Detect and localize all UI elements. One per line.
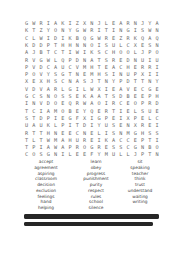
grid-cell-r7c12: E bbox=[103, 64, 110, 71]
grid-cell-r10c3: V bbox=[38, 86, 45, 93]
grid-cell-r1c17: J bbox=[139, 20, 146, 27]
grid-cell-r5c3: B bbox=[38, 49, 45, 56]
grid-cell-r19c2: O bbox=[30, 151, 37, 158]
grid-cell-r16c4: H bbox=[45, 129, 52, 136]
grid-cell-r14c11: G bbox=[96, 115, 103, 122]
grid-cell-r13c17: S bbox=[139, 108, 146, 115]
grid-cell-r1c5: A bbox=[52, 20, 59, 27]
grid-cell-r9c7: N bbox=[67, 78, 74, 85]
grid-cell-r6c13: R bbox=[110, 56, 117, 63]
grid-cell-r19c18: T bbox=[146, 151, 153, 158]
grid-cell-r17c17: P bbox=[139, 137, 146, 144]
grid-cell-r9c11: T bbox=[96, 78, 103, 85]
grid-cell-r9c3: X bbox=[38, 78, 45, 85]
grid-cell-r7c19: I bbox=[154, 64, 161, 71]
grid-cell-r18c11: R bbox=[96, 144, 103, 151]
grid-cell-r5c19: O bbox=[154, 49, 161, 56]
grid-cell-r11c2: C bbox=[30, 93, 37, 100]
grid-cell-r6c10: A bbox=[88, 56, 95, 63]
grid-cell-r9c1: X bbox=[23, 78, 30, 85]
grid-cell-r11c15: B bbox=[125, 93, 132, 100]
grid-cell-r19c17: P bbox=[139, 151, 146, 158]
grid-cell-r19c10: F bbox=[88, 151, 95, 158]
grid-cell-r8c9: E bbox=[81, 71, 88, 78]
grid-cell-r16c5: N bbox=[52, 129, 59, 136]
grid-cell-r5c5: C bbox=[52, 49, 59, 56]
grid-cell-r7c5: A bbox=[52, 64, 59, 71]
grid-cell-r4c8: N bbox=[74, 42, 81, 49]
grid-cell-r2c13: I bbox=[110, 27, 117, 34]
grid-cell-r17c3: T bbox=[38, 137, 45, 144]
grid-cell-r12c13: R bbox=[110, 100, 117, 107]
grid-cell-r10c10: W bbox=[88, 86, 95, 93]
grid-cell-r10c12: I bbox=[103, 86, 110, 93]
grid-cell-r3c2: L bbox=[30, 35, 37, 42]
grid-cell-r10c5: R bbox=[52, 86, 59, 93]
grid-cell-r4c1: K bbox=[23, 42, 30, 49]
footer-text-line-blurred-2 bbox=[24, 222, 153, 227]
grid-cell-r7c14: C bbox=[117, 64, 124, 71]
grid-cell-r3c16: K bbox=[132, 35, 139, 42]
grid-cell-r2c5: O bbox=[52, 27, 59, 34]
grid-cell-r16c7: E bbox=[67, 129, 74, 136]
grid-cell-r19c14: L bbox=[117, 151, 124, 158]
grid-cell-r5c10: K bbox=[88, 49, 95, 56]
grid-cell-r16c8: C bbox=[74, 129, 81, 136]
grid-cell-r8c13: I bbox=[110, 71, 117, 78]
grid-cell-r13c1: T bbox=[23, 108, 30, 115]
grid-cell-r1c9: X bbox=[81, 20, 88, 27]
grid-cell-r13c10: Q bbox=[88, 108, 95, 115]
grid-cell-r17c6: A bbox=[59, 137, 66, 144]
grid-cell-r3c12: R bbox=[103, 35, 110, 42]
grid-cell-r19c4: G bbox=[45, 151, 52, 158]
grid-cell-r9c9: S bbox=[81, 78, 88, 85]
word-list-column-3: sitspeakingteacherthinktrustunderstandwa… bbox=[114, 159, 166, 205]
grid-cell-r11c16: E bbox=[132, 93, 139, 100]
grid-cell-r18c13: S bbox=[110, 144, 117, 151]
grid-cell-r18c17: N bbox=[139, 144, 146, 151]
grid-cell-r9c12: N bbox=[103, 78, 110, 85]
grid-cell-r1c10: N bbox=[88, 20, 95, 27]
grid-cell-r18c19: O bbox=[154, 144, 161, 151]
grid-cell-r18c7: P bbox=[67, 144, 74, 151]
grid-cell-r12c5: O bbox=[52, 100, 59, 107]
grid-cell-r12c7: Q bbox=[67, 100, 74, 107]
grid-cell-r3c19: Q bbox=[154, 35, 161, 42]
grid-cell-r7c11: T bbox=[96, 64, 103, 71]
grid-cell-r4c5: T bbox=[52, 42, 59, 49]
grid-cell-r3c18: A bbox=[146, 35, 153, 42]
grid-cell-r10c2: D bbox=[30, 86, 37, 93]
grid-cell-r4c9: N bbox=[81, 42, 88, 49]
grid-cell-r15c6: P bbox=[59, 122, 66, 129]
grid-cell-r15c14: E bbox=[117, 122, 124, 129]
grid-cell-r13c5: M bbox=[52, 108, 59, 115]
grid-cell-r11c8: E bbox=[74, 93, 81, 100]
grid-cell-r12c8: R bbox=[74, 100, 81, 107]
grid-cell-r6c1: R bbox=[23, 56, 30, 63]
grid-cell-r5c7: I bbox=[67, 49, 74, 56]
grid-cell-r13c4: A bbox=[45, 108, 52, 115]
grid-cell-r3c14: Z bbox=[117, 35, 124, 42]
grid-cell-r11c13: S bbox=[110, 93, 117, 100]
grid-cell-r12c19: D bbox=[154, 100, 161, 107]
grid-cell-r17c14: C bbox=[117, 137, 124, 144]
grid-cell-r10c9: L bbox=[81, 86, 88, 93]
grid-cell-r7c9: M bbox=[81, 64, 88, 71]
grid-cell-r6c16: N bbox=[132, 56, 139, 63]
grid-cell-r1c1: G bbox=[23, 20, 30, 27]
grid-cell-r12c11: O bbox=[96, 100, 103, 107]
grid-cell-r4c7: H bbox=[67, 42, 74, 49]
grid-cell-r10c16: E bbox=[132, 86, 139, 93]
grid-cell-r12c12: I bbox=[103, 100, 110, 107]
grid-cell-r2c15: G bbox=[125, 27, 132, 34]
grid-cell-r18c6: A bbox=[59, 144, 66, 151]
grid-cell-r9c8: A bbox=[74, 78, 81, 85]
grid-cell-r19c3: S bbox=[38, 151, 45, 158]
grid-cell-r13c19: E bbox=[154, 108, 161, 115]
grid-cell-r2c19: N bbox=[154, 27, 161, 34]
grid-cell-r5c6: T bbox=[59, 49, 66, 56]
grid-cell-r1c8: Z bbox=[74, 20, 81, 27]
grid-cell-r17c18: T bbox=[146, 137, 153, 144]
grid-cell-r18c3: I bbox=[38, 144, 45, 151]
grid-cell-r2c17: S bbox=[139, 27, 146, 34]
grid-cell-r11c9: K bbox=[81, 93, 88, 100]
grid-cell-r5c14: O bbox=[117, 49, 124, 56]
grid-cell-r3c5: D bbox=[52, 35, 59, 42]
grid-cell-r17c9: R bbox=[81, 137, 88, 144]
grid-cell-r19c16: J bbox=[132, 151, 139, 158]
grid-cell-r4c3: D bbox=[38, 42, 45, 49]
grid-cell-r11c14: D bbox=[117, 93, 124, 100]
grid-cell-r15c1: U bbox=[23, 122, 30, 129]
grid-cell-r13c8: E bbox=[74, 108, 81, 115]
grid-cell-r15c2: A bbox=[30, 122, 37, 129]
grid-cell-r18c18: B bbox=[146, 144, 153, 151]
word-list-column-1: acceptagreementaspiringclassroomdecision… bbox=[20, 159, 72, 211]
grid-cell-r10c15: V bbox=[125, 86, 132, 93]
grid-cell-r9c18: N bbox=[146, 78, 153, 85]
grid-cell-r8c14: N bbox=[117, 71, 124, 78]
grid-cell-r12c10: A bbox=[88, 100, 95, 107]
grid-cell-r1c19: A bbox=[154, 20, 161, 27]
grid-cell-r6c6: Q bbox=[59, 56, 66, 63]
grid-cell-r18c4: A bbox=[45, 144, 52, 151]
grid-cell-r1c15: R bbox=[125, 20, 132, 27]
grid-cell-r6c8: D bbox=[74, 56, 81, 63]
grid-cell-r8c10: M bbox=[88, 71, 95, 78]
grid-cell-r4c12: S bbox=[103, 42, 110, 49]
grid-cell-r6c4: W bbox=[45, 56, 52, 63]
grid-cell-r7c17: R bbox=[139, 64, 146, 71]
grid-cell-r3c1: C bbox=[23, 35, 30, 42]
grid-cell-r14c19: C bbox=[154, 115, 161, 122]
grid-cell-r11c5: O bbox=[52, 93, 59, 100]
grid-cell-r15c4: K bbox=[45, 122, 52, 129]
worksheet-page: GWRIAKIZXNJLEARNJYAKTZYONYGWRITINGISWNCL… bbox=[0, 0, 180, 255]
grid-cell-r8c11: H bbox=[96, 71, 103, 78]
grid-cell-r11c11: A bbox=[96, 93, 103, 100]
grid-cell-r10c11: X bbox=[96, 86, 103, 93]
grid-cell-r14c8: F bbox=[74, 115, 81, 122]
grid-cell-r16c17: H bbox=[139, 129, 146, 136]
grid-cell-r11c6: S bbox=[59, 93, 66, 100]
grid-cell-r14c1: S bbox=[23, 115, 30, 122]
grid-cell-r14c7: G bbox=[67, 115, 74, 122]
grid-cell-r15c12: U bbox=[103, 122, 110, 129]
grid-cell-r17c2: L bbox=[30, 137, 37, 144]
grid-cell-r3c7: K bbox=[67, 35, 74, 42]
grid-cell-r3c4: I bbox=[45, 35, 52, 42]
grid-cell-r19c7: L bbox=[67, 151, 74, 158]
grid-cell-r18c5: W bbox=[52, 144, 59, 151]
grid-cell-r7c3: D bbox=[38, 64, 45, 71]
grid-cell-r5c8: W bbox=[74, 49, 81, 56]
grid-cell-r6c11: T bbox=[96, 56, 103, 63]
grid-cell-r6c5: L bbox=[52, 56, 59, 63]
grid-cell-r1c7: I bbox=[67, 20, 74, 27]
grid-cell-r17c13: A bbox=[110, 137, 117, 144]
grid-cell-r18c12: E bbox=[103, 144, 110, 151]
grid-cell-r5c4: T bbox=[45, 49, 52, 56]
grid-cell-r9c10: J bbox=[88, 78, 95, 85]
grid-cell-r2c16: I bbox=[132, 27, 139, 34]
grid-cell-r1c12: L bbox=[103, 20, 110, 27]
grid-cell-r10c19: E bbox=[154, 86, 161, 93]
grid-cell-r19c9: E bbox=[81, 151, 88, 158]
grid-cell-r10c4: A bbox=[45, 86, 52, 93]
grid-cell-r7c4: C bbox=[45, 64, 52, 71]
grid-cell-r17c5: M bbox=[52, 137, 59, 144]
grid-cell-r10c8: I bbox=[74, 86, 81, 93]
grid-cell-r13c9: Y bbox=[81, 108, 88, 115]
grid-cell-r10c1: V bbox=[23, 86, 30, 93]
grid-cell-r18c14: S bbox=[117, 144, 124, 151]
grid-cell-r12c18: R bbox=[146, 100, 153, 107]
grid-cell-r8c7: T bbox=[67, 71, 74, 78]
grid-cell-r10c6: L bbox=[59, 86, 66, 93]
grid-cell-r2c4: Y bbox=[45, 27, 52, 34]
grid-cell-r15c19: I bbox=[154, 122, 161, 129]
grid-cell-r14c10: I bbox=[88, 115, 95, 122]
grid-cell-r15c15: N bbox=[125, 122, 132, 129]
grid-cell-r14c18: L bbox=[146, 115, 153, 122]
grid-cell-r18c1: T bbox=[23, 144, 30, 151]
grid-cell-r15c11: Y bbox=[96, 122, 103, 129]
grid-cell-r14c5: I bbox=[52, 115, 59, 122]
grid-cell-r17c11: I bbox=[96, 137, 103, 144]
grid-cell-r9c5: S bbox=[52, 78, 59, 85]
grid-cell-r2c10: R bbox=[88, 27, 95, 34]
grid-cell-r17c10: E bbox=[88, 137, 95, 144]
grid-cell-r5c15: O bbox=[125, 49, 132, 56]
grid-cell-r3c13: E bbox=[110, 35, 117, 42]
grid-cell-r13c3: I bbox=[38, 108, 45, 115]
grid-cell-r17c7: H bbox=[67, 137, 74, 144]
grid-cell-r7c2: V bbox=[30, 64, 37, 71]
grid-cell-r10c7: G bbox=[67, 86, 74, 93]
grid-cell-r15c10: I bbox=[88, 122, 95, 129]
grid-cell-r16c9: N bbox=[81, 129, 88, 136]
grid-cell-r5c12: C bbox=[103, 49, 110, 56]
grid-cell-r14c16: P bbox=[132, 115, 139, 122]
grid-cell-r12c9: W bbox=[81, 100, 88, 107]
grid-cell-r1c3: R bbox=[38, 20, 45, 27]
grid-cell-r17c15: C bbox=[125, 137, 132, 144]
grid-cell-r14c15: X bbox=[125, 115, 132, 122]
grid-cell-r4c13: U bbox=[110, 42, 117, 49]
grid-cell-r9c6: C bbox=[59, 78, 66, 85]
grid-cell-r19c13: U bbox=[110, 151, 117, 158]
grid-cell-r2c2: T bbox=[30, 27, 37, 34]
grid-cell-r11c17: E bbox=[139, 93, 146, 100]
grid-cell-r17c8: U bbox=[74, 137, 81, 144]
grid-cell-r4c6: H bbox=[59, 42, 66, 49]
grid-cell-r8c12: S bbox=[103, 71, 110, 78]
grid-cell-r5c18: P bbox=[146, 49, 153, 56]
grid-cell-r16c6: E bbox=[59, 129, 66, 136]
grid-cell-r4c14: L bbox=[117, 42, 124, 49]
grid-cell-r6c18: I bbox=[146, 56, 153, 63]
grid-cell-r11c7: S bbox=[67, 93, 74, 100]
grid-cell-r3c15: R bbox=[125, 35, 132, 42]
grid-cell-r3c17: Q bbox=[139, 35, 146, 42]
grid-cell-r12c15: E bbox=[125, 100, 132, 107]
grid-cell-r5c9: I bbox=[81, 49, 88, 56]
grid-cell-r1c14: A bbox=[117, 20, 124, 27]
grid-cell-r19c15: L bbox=[125, 151, 132, 158]
grid-cell-r15c8: T bbox=[74, 122, 81, 129]
word-list-item: helping bbox=[20, 205, 72, 211]
grid-cell-r11c12: T bbox=[103, 93, 110, 100]
grid-cell-r7c18: R bbox=[146, 64, 153, 71]
grid-cell-r16c1: R bbox=[23, 129, 30, 136]
grid-cell-r2c8: G bbox=[74, 27, 81, 34]
grid-cell-r12c16: O bbox=[132, 100, 139, 107]
grid-cell-r14c3: D bbox=[38, 115, 45, 122]
grid-cell-r19c11: Y bbox=[96, 151, 103, 158]
grid-cell-r1c13: E bbox=[110, 20, 117, 27]
grid-cell-r8c4: Y bbox=[45, 71, 52, 78]
grid-cell-r19c19: N bbox=[154, 151, 161, 158]
grid-cell-r8c19: I bbox=[154, 71, 161, 78]
grid-cell-r7c1: P bbox=[23, 64, 30, 71]
grid-cell-r15c3: U bbox=[38, 122, 45, 129]
grid-cell-r4c15: C bbox=[125, 42, 132, 49]
grid-cell-r16c16: G bbox=[132, 129, 139, 136]
grid-cell-r6c3: G bbox=[38, 56, 45, 63]
grid-cell-r6c9: N bbox=[81, 56, 88, 63]
grid-cell-r2c6: N bbox=[59, 27, 66, 34]
grid-cell-r6c7: P bbox=[67, 56, 74, 63]
grid-cell-r3c10: G bbox=[88, 35, 95, 42]
grid-cell-r6c12: S bbox=[103, 56, 110, 63]
grid-cell-r8c16: P bbox=[132, 71, 139, 78]
grid-cell-r13c11: E bbox=[96, 108, 103, 115]
grid-cell-r17c4: W bbox=[45, 137, 52, 144]
grid-cell-r16c12: I bbox=[103, 129, 110, 136]
grid-cell-r15c17: R bbox=[139, 122, 146, 129]
grid-cell-r16c10: E bbox=[88, 129, 95, 136]
grid-cell-r9c14: P bbox=[117, 78, 124, 85]
grid-cell-r11c4: N bbox=[45, 93, 52, 100]
grid-cell-r7c8: V bbox=[74, 64, 81, 71]
grid-cell-r14c17: E bbox=[139, 115, 146, 122]
grid-cell-r3c6: I bbox=[59, 35, 66, 42]
grid-cell-r1c4: I bbox=[45, 20, 52, 27]
grid-cell-r6c17: U bbox=[139, 56, 146, 63]
grid-cell-r9c15: D bbox=[125, 78, 132, 85]
grid-cell-r8c3: V bbox=[38, 71, 45, 78]
grid-cell-r7c15: H bbox=[125, 64, 132, 71]
grid-cell-r14c13: E bbox=[110, 115, 117, 122]
grid-cell-r9c2: E bbox=[30, 78, 37, 85]
grid-cell-r7c13: A bbox=[110, 64, 117, 71]
grid-cell-r4c17: E bbox=[139, 42, 146, 49]
grid-cell-r17c19: I bbox=[154, 137, 161, 144]
grid-cell-r13c18: U bbox=[146, 108, 153, 115]
grid-cell-r10c17: C bbox=[139, 86, 146, 93]
grid-cell-r9c19: Y bbox=[154, 78, 161, 85]
grid-cell-r1c11: J bbox=[96, 20, 103, 27]
grid-cell-r2c7: Y bbox=[67, 27, 74, 34]
grid-cell-r6c14: E bbox=[117, 56, 124, 63]
grid-cell-r15c5: L bbox=[52, 122, 59, 129]
grid-cell-r2c3: Z bbox=[38, 27, 45, 34]
grid-cell-r19c6: I bbox=[59, 151, 66, 158]
grid-cell-r9c16: T bbox=[132, 78, 139, 85]
grid-cell-r13c6: O bbox=[59, 108, 66, 115]
grid-cell-r18c2: P bbox=[30, 144, 37, 151]
grid-cell-r4c2: D bbox=[30, 42, 37, 49]
grid-cell-r11c3: S bbox=[38, 93, 45, 100]
footer-text-line-blurred-1 bbox=[24, 214, 159, 219]
grid-cell-r8c1: P bbox=[23, 71, 30, 78]
grid-cell-r16c11: L bbox=[96, 129, 103, 136]
grid-cell-r12c17: P bbox=[139, 100, 146, 107]
grid-cell-r17c1: T bbox=[23, 137, 30, 144]
grid-cell-r16c15: M bbox=[125, 129, 132, 136]
grid-cell-r7c6: U bbox=[59, 64, 66, 71]
grid-cell-r2c11: I bbox=[96, 27, 103, 34]
grid-cell-r4c4: P bbox=[45, 42, 52, 49]
grid-cell-r15c9: D bbox=[81, 122, 88, 129]
grid-cell-r9c4: H bbox=[45, 78, 52, 85]
grid-cell-r1c18: Y bbox=[146, 20, 153, 27]
grid-cell-r14c9: X bbox=[81, 115, 88, 122]
grid-cell-r7c10: H bbox=[88, 64, 95, 71]
word-search-grid: GWRIAKIZXNJLEARNJYAKTZYONYGWRITINGISWNCL… bbox=[23, 20, 161, 159]
grid-cell-r2c1: K bbox=[23, 27, 30, 34]
grid-cell-r8c15: U bbox=[125, 71, 132, 78]
grid-cell-r18c16: G bbox=[132, 144, 139, 151]
grid-cell-r3c8: B bbox=[74, 35, 81, 42]
grid-cell-r11c1: G bbox=[23, 93, 30, 100]
grid-cell-r19c5: N bbox=[52, 151, 59, 158]
grid-cell-r18c9: O bbox=[81, 144, 88, 151]
grid-cell-r1c2: W bbox=[30, 20, 37, 27]
grid-cell-r16c14: N bbox=[117, 129, 124, 136]
grid-cell-r8c5: S bbox=[52, 71, 59, 78]
grid-cell-r11c19: H bbox=[154, 93, 161, 100]
grid-cell-r12c4: D bbox=[45, 100, 52, 107]
grid-cell-r16c18: S bbox=[146, 129, 153, 136]
grid-cell-r5c16: L bbox=[132, 49, 139, 56]
grid-cell-r16c2: T bbox=[30, 129, 37, 136]
